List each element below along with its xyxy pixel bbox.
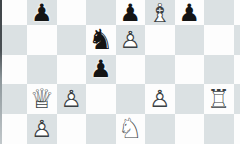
square-r3c2: ♟♙ <box>57 84 87 114</box>
square-r1c0 <box>0 25 27 55</box>
square-r2c1 <box>27 55 57 85</box>
square-r2c3: ♟ <box>86 55 116 85</box>
square-r2c5 <box>145 55 175 85</box>
square-r4c5 <box>145 114 175 145</box>
square-r3c8 <box>234 84 241 114</box>
square-r0c1: ♟ <box>27 0 57 25</box>
black-pawn: ♟ <box>116 0 146 25</box>
square-r0c3 <box>86 0 116 25</box>
square-r3c0 <box>0 84 27 114</box>
square-r1c4: ♟♙ <box>116 25 146 55</box>
square-r0c8 <box>234 0 241 25</box>
square-r4c2 <box>57 114 87 145</box>
square-r4c4: ♞♘ <box>116 114 146 145</box>
square-r3c3 <box>86 84 116 114</box>
square-r4c7 <box>204 114 234 145</box>
square-r2c0 <box>0 55 27 85</box>
square-r2c4 <box>116 55 146 85</box>
square-r4c3 <box>86 114 116 145</box>
square-r1c7 <box>204 25 234 55</box>
square-r1c8 <box>234 25 241 55</box>
square-r0c0 <box>0 0 27 25</box>
square-r2c7 <box>204 55 234 85</box>
square-r1c3: ♞ <box>86 25 116 55</box>
square-r2c8 <box>234 55 241 85</box>
square-r0c4: ♟ <box>116 0 146 25</box>
square-r1c2 <box>57 25 87 55</box>
white-pawn: ♟♙ <box>116 25 146 55</box>
black-pawn: ♟ <box>27 0 57 25</box>
chess-board: ♟♟♝♗♟♞♟♙♟♛♕♟♙♟♙♜♖♟♙♞♘ <box>0 0 240 144</box>
square-r4c8 <box>234 114 241 145</box>
square-r3c4 <box>116 84 146 114</box>
square-r2c6 <box>175 55 205 85</box>
square-r2c2 <box>57 55 87 85</box>
black-pawn: ♟ <box>86 55 116 85</box>
square-r0c2 <box>57 0 87 25</box>
white-pawn: ♟♙ <box>27 114 57 145</box>
chess-diagram-thumbnail[interactable]: ♟♟♝♗♟♞♟♙♟♛♕♟♙♟♙♜♖♟♙♞♘ <box>0 0 240 144</box>
square-r1c5 <box>145 25 175 55</box>
square-r4c0 <box>0 114 27 145</box>
white-knight: ♞♘ <box>116 114 146 145</box>
square-r0c7 <box>204 0 234 25</box>
square-r4c6 <box>175 114 205 145</box>
square-r0c5: ♝♗ <box>145 0 175 25</box>
white-pawn: ♟♙ <box>145 84 175 114</box>
white-queen: ♛♕ <box>27 84 57 114</box>
square-r1c6 <box>175 25 205 55</box>
white-bishop: ♝♗ <box>145 0 175 25</box>
square-r0c6: ♟ <box>175 0 205 25</box>
white-rook: ♜♖ <box>204 84 234 114</box>
square-r3c1: ♛♕ <box>27 84 57 114</box>
square-r3c6 <box>175 84 205 114</box>
square-r1c1 <box>27 25 57 55</box>
black-pawn: ♟ <box>175 0 205 25</box>
white-pawn: ♟♙ <box>57 84 87 114</box>
square-r3c7: ♜♖ <box>204 84 234 114</box>
square-r4c1: ♟♙ <box>27 114 57 145</box>
square-r3c5: ♟♙ <box>145 84 175 114</box>
board-left-edge-line <box>0 0 2 144</box>
black-knight: ♞ <box>86 25 116 55</box>
